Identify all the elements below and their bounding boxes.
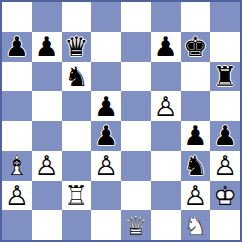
square-a6[interactable] [2, 62, 32, 92]
piece-black-knight[interactable]: ♞︎ [181, 151, 211, 181]
piece-black-knight[interactable]: ♞︎ [62, 62, 92, 92]
piece-glyph: ♟︎ [91, 91, 121, 121]
square-g2[interactable]: ♟︎♙︎ [181, 181, 211, 211]
square-f5[interactable]: ♟︎♙︎ [151, 91, 181, 121]
square-g7[interactable]: ♚︎ [181, 32, 211, 62]
square-a1[interactable] [2, 210, 32, 240]
piece-outline-glyph: ♘︎ [181, 210, 211, 240]
square-a7[interactable]: ♟︎ [2, 32, 32, 62]
piece-black-pawn[interactable]: ♟︎ [151, 32, 181, 62]
square-d2[interactable] [91, 181, 121, 211]
square-g6[interactable] [181, 62, 211, 92]
square-d4[interactable]: ♟︎ [91, 121, 121, 151]
square-f2[interactable] [151, 181, 181, 211]
square-e6[interactable] [121, 62, 151, 92]
square-d8[interactable] [91, 2, 121, 32]
square-e2[interactable] [121, 181, 151, 211]
piece-white-rook[interactable]: ♜︎♖︎ [62, 181, 92, 211]
square-g3[interactable]: ♞︎ [181, 151, 211, 181]
piece-outline-glyph: ♙︎ [210, 151, 240, 181]
square-a5[interactable] [2, 91, 32, 121]
square-c8[interactable] [62, 2, 92, 32]
piece-white-pawn[interactable]: ♟︎♙︎ [91, 151, 121, 181]
piece-outline-glyph: ♔︎ [210, 181, 240, 211]
piece-white-pawn[interactable]: ♟︎♙︎ [210, 151, 240, 181]
piece-white-king[interactable]: ♚︎♔︎ [210, 181, 240, 211]
piece-black-pawn[interactable]: ♟︎ [91, 91, 121, 121]
square-b6[interactable] [32, 62, 62, 92]
square-e7[interactable] [121, 32, 151, 62]
piece-black-king[interactable]: ♚︎ [181, 32, 211, 62]
square-a8[interactable] [2, 2, 32, 32]
square-b4[interactable] [32, 121, 62, 151]
piece-outline-glyph: ♙︎ [2, 181, 32, 211]
square-h7[interactable] [210, 32, 240, 62]
square-c7[interactable]: ♛︎ [62, 32, 92, 62]
square-c4[interactable] [62, 121, 92, 151]
piece-glyph: ♟︎ [2, 32, 32, 62]
square-e4[interactable] [121, 121, 151, 151]
square-d5[interactable]: ♟︎ [91, 91, 121, 121]
piece-glyph: ♞︎ [181, 151, 211, 181]
square-g5[interactable] [181, 91, 211, 121]
square-f6[interactable] [151, 62, 181, 92]
piece-glyph: ♚︎ [181, 32, 211, 62]
piece-glyph: ♟︎ [32, 32, 62, 62]
piece-black-rook[interactable]: ♜︎ [210, 62, 240, 92]
piece-white-bishop[interactable]: ♝︎♗︎ [2, 151, 32, 181]
square-a2[interactable]: ♟︎♙︎ [2, 181, 32, 211]
square-f8[interactable] [151, 2, 181, 32]
square-d6[interactable] [91, 62, 121, 92]
square-h3[interactable]: ♟︎♙︎ [210, 151, 240, 181]
square-b3[interactable]: ♟︎♙︎ [32, 151, 62, 181]
piece-white-knight[interactable]: ♞︎♘︎ [181, 210, 211, 240]
piece-black-queen[interactable]: ♛︎ [62, 32, 92, 62]
chess-board: ♟︎♟︎♛︎♟︎♚︎♞︎♜︎♟︎♟︎♙︎♟︎♟︎♟︎♝︎♗︎♟︎♙︎♟︎♙︎♞︎… [0, 0, 242, 242]
square-d3[interactable]: ♟︎♙︎ [91, 151, 121, 181]
piece-glyph: ♟︎ [210, 121, 240, 151]
piece-outline-glyph: ♖︎ [62, 181, 92, 211]
square-d7[interactable] [91, 32, 121, 62]
piece-glyph: ♟︎ [181, 121, 211, 151]
piece-outline-glyph: ♙︎ [32, 151, 62, 181]
piece-white-pawn[interactable]: ♟︎♙︎ [151, 91, 181, 121]
piece-black-pawn[interactable]: ♟︎ [210, 121, 240, 151]
piece-outline-glyph: ♙︎ [151, 91, 181, 121]
square-g1[interactable]: ♞︎♘︎ [181, 210, 211, 240]
piece-black-pawn[interactable]: ♟︎ [32, 32, 62, 62]
piece-black-pawn[interactable]: ♟︎ [181, 121, 211, 151]
square-e1[interactable]: ♛︎♕︎ [121, 210, 151, 240]
square-e3[interactable] [121, 151, 151, 181]
square-e8[interactable] [121, 2, 151, 32]
square-c5[interactable] [62, 91, 92, 121]
square-c2[interactable]: ♜︎♖︎ [62, 181, 92, 211]
piece-glyph: ♜︎ [210, 62, 240, 92]
piece-outline-glyph: ♗︎ [2, 151, 32, 181]
square-h8[interactable] [210, 2, 240, 32]
square-g4[interactable]: ♟︎ [181, 121, 211, 151]
square-d1[interactable] [91, 210, 121, 240]
piece-black-pawn[interactable]: ♟︎ [2, 32, 32, 62]
piece-outline-glyph: ♕︎ [121, 210, 151, 240]
piece-glyph: ♟︎ [91, 121, 121, 151]
square-g8[interactable] [181, 2, 211, 32]
piece-outline-glyph: ♙︎ [91, 151, 121, 181]
piece-white-pawn[interactable]: ♟︎♙︎ [32, 151, 62, 181]
square-b5[interactable] [32, 91, 62, 121]
square-c6[interactable]: ♞︎ [62, 62, 92, 92]
square-b7[interactable]: ♟︎ [32, 32, 62, 62]
piece-white-pawn[interactable]: ♟︎♙︎ [2, 181, 32, 211]
square-c3[interactable] [62, 151, 92, 181]
square-f7[interactable]: ♟︎ [151, 32, 181, 62]
square-f4[interactable] [151, 121, 181, 151]
piece-white-queen[interactable]: ♛︎♕︎ [121, 210, 151, 240]
square-f1[interactable] [151, 210, 181, 240]
square-f3[interactable] [151, 151, 181, 181]
square-c1[interactable] [62, 210, 92, 240]
square-h2[interactable]: ♚︎♔︎ [210, 181, 240, 211]
piece-black-pawn[interactable]: ♟︎ [91, 121, 121, 151]
square-b2[interactable] [32, 181, 62, 211]
piece-outline-glyph: ♙︎ [181, 181, 211, 211]
square-b1[interactable] [32, 210, 62, 240]
piece-white-pawn[interactable]: ♟︎♙︎ [181, 181, 211, 211]
square-a3[interactable]: ♝︎♗︎ [2, 151, 32, 181]
piece-glyph: ♛︎ [62, 32, 92, 62]
square-h1[interactable] [210, 210, 240, 240]
square-e5[interactable] [121, 91, 151, 121]
square-h6[interactable]: ♜︎ [210, 62, 240, 92]
square-b8[interactable] [32, 2, 62, 32]
piece-glyph: ♞︎ [62, 62, 92, 92]
piece-glyph: ♟︎ [151, 32, 181, 62]
square-h5[interactable] [210, 91, 240, 121]
square-a4[interactable] [2, 121, 32, 151]
square-h4[interactable]: ♟︎ [210, 121, 240, 151]
